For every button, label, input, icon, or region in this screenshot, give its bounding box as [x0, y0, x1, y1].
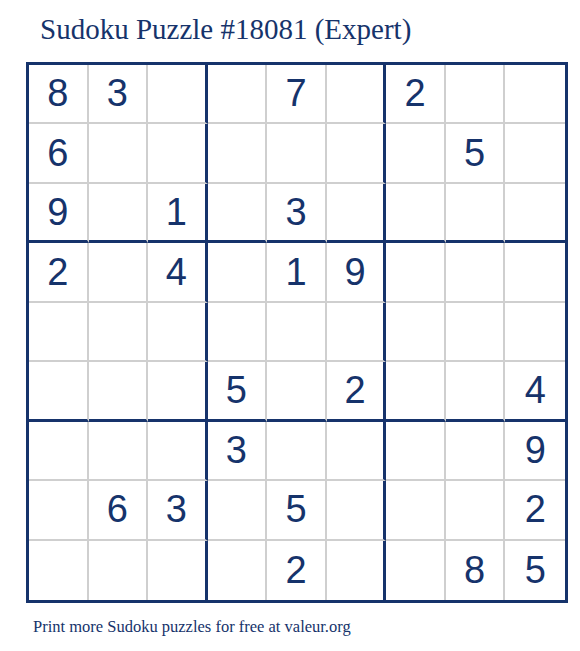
- cell-r5c2: [89, 303, 149, 362]
- cell-r2c7: [386, 124, 446, 183]
- cell-r7c9: 9: [505, 422, 565, 481]
- cell-r5c9: [505, 303, 565, 362]
- cell-r3c6: [327, 184, 387, 243]
- footer-text: Print more Sudoku puzzles for free at va…: [33, 617, 580, 637]
- cell-r7c2: [89, 422, 149, 481]
- cell-r3c8: [446, 184, 506, 243]
- cell-r8c6: [327, 481, 387, 540]
- cell-r8c5: 5: [267, 481, 327, 540]
- cell-r5c8: [446, 303, 506, 362]
- cell-r9c1: [29, 541, 89, 600]
- cell-r6c8: [446, 362, 506, 421]
- cell-r8c8: [446, 481, 506, 540]
- cell-r7c6: [327, 422, 387, 481]
- cell-r6c2: [89, 362, 149, 421]
- cell-r9c7: [386, 541, 446, 600]
- cell-r1c2: 3: [89, 65, 149, 124]
- cell-r8c7: [386, 481, 446, 540]
- cell-r7c5: [267, 422, 327, 481]
- cell-r4c6: 9: [327, 243, 387, 302]
- cell-r7c4: 3: [208, 422, 268, 481]
- cell-r1c9: [505, 65, 565, 124]
- cell-r6c7: [386, 362, 446, 421]
- cell-r3c7: [386, 184, 446, 243]
- cell-r9c6: [327, 541, 387, 600]
- cell-r8c2: 6: [89, 481, 149, 540]
- cell-r4c1: 2: [29, 243, 89, 302]
- cell-r9c2: [89, 541, 149, 600]
- cell-r5c1: [29, 303, 89, 362]
- cell-r6c1: [29, 362, 89, 421]
- cell-r2c5: [267, 124, 327, 183]
- cell-r3c1: 9: [29, 184, 89, 243]
- cell-r9c9: 5: [505, 541, 565, 600]
- cell-r4c7: [386, 243, 446, 302]
- cell-r6c9: 4: [505, 362, 565, 421]
- cell-r4c4: [208, 243, 268, 302]
- cell-r5c7: [386, 303, 446, 362]
- cell-r9c8: 8: [446, 541, 506, 600]
- cell-r2c2: [89, 124, 149, 183]
- cell-r3c5: 3: [267, 184, 327, 243]
- cell-r8c3: 3: [148, 481, 208, 540]
- cell-r5c4: [208, 303, 268, 362]
- cell-r4c9: [505, 243, 565, 302]
- sudoku-page: Sudoku Puzzle #18081 (Expert) 8372659132…: [0, 13, 580, 637]
- cell-r9c4: [208, 541, 268, 600]
- cell-r1c8: [446, 65, 506, 124]
- cell-r4c8: [446, 243, 506, 302]
- cell-r9c3: [148, 541, 208, 600]
- cell-r3c9: [505, 184, 565, 243]
- cell-r7c3: [148, 422, 208, 481]
- cell-r1c7: 2: [386, 65, 446, 124]
- cell-r4c3: 4: [148, 243, 208, 302]
- cell-r2c1: 6: [29, 124, 89, 183]
- cell-r8c1: [29, 481, 89, 540]
- cell-r3c4: [208, 184, 268, 243]
- cell-r5c6: [327, 303, 387, 362]
- cell-r3c2: [89, 184, 149, 243]
- cell-r4c5: 1: [267, 243, 327, 302]
- cell-r1c1: 8: [29, 65, 89, 124]
- cell-r1c4: [208, 65, 268, 124]
- cell-r8c9: 2: [505, 481, 565, 540]
- cell-r5c3: [148, 303, 208, 362]
- cell-r4c2: [89, 243, 149, 302]
- cell-r2c3: [148, 124, 208, 183]
- cell-r1c6: [327, 65, 387, 124]
- cell-r1c5: 7: [267, 65, 327, 124]
- cell-r7c1: [29, 422, 89, 481]
- sudoku-board: 8372659132419524396352285: [26, 62, 568, 603]
- cell-r6c4: 5: [208, 362, 268, 421]
- cell-r7c8: [446, 422, 506, 481]
- cell-r9c5: 2: [267, 541, 327, 600]
- cell-r2c4: [208, 124, 268, 183]
- cell-r2c8: 5: [446, 124, 506, 183]
- page-title: Sudoku Puzzle #18081 (Expert): [40, 13, 580, 46]
- cell-r5c5: [267, 303, 327, 362]
- cell-r6c5: [267, 362, 327, 421]
- cell-r1c3: [148, 65, 208, 124]
- cell-r2c6: [327, 124, 387, 183]
- cell-r6c3: [148, 362, 208, 421]
- cell-r3c3: 1: [148, 184, 208, 243]
- cell-r2c9: [505, 124, 565, 183]
- cell-r6c6: 2: [327, 362, 387, 421]
- cell-r8c4: [208, 481, 268, 540]
- cell-r7c7: [386, 422, 446, 481]
